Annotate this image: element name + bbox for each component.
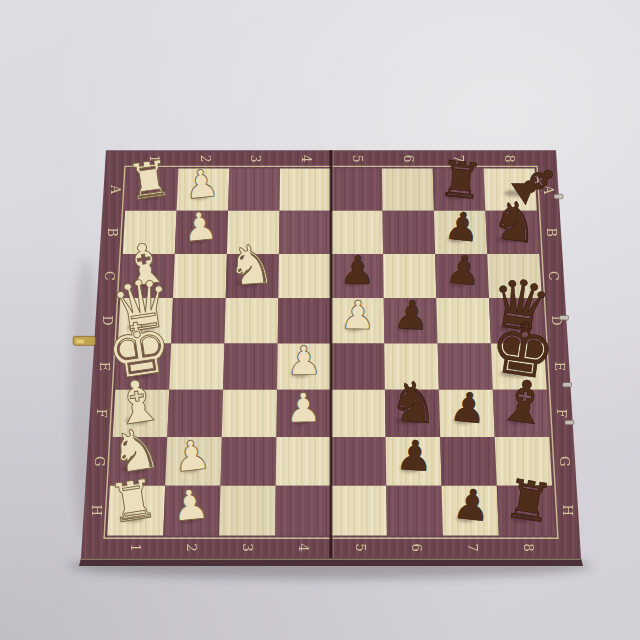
square-tint — [228, 169, 280, 211]
file-label-left-G: G — [92, 456, 107, 467]
white-pawn-b2: ♟ — [180, 202, 219, 250]
square-d7 — [436, 298, 491, 343]
square-tint — [219, 486, 276, 536]
square-b6 — [383, 211, 436, 254]
square-h4 — [275, 486, 331, 536]
black-rook-h8: ♜ — [500, 466, 557, 536]
rank-label-top-3: 3 — [248, 155, 262, 163]
board-bottom-highlight — [81, 559, 581, 561]
black-pawn-c5: ♟ — [339, 248, 375, 294]
square-d3 — [224, 298, 278, 343]
black-pawn-f7: ♟ — [448, 382, 489, 434]
rank-label-bottom-6: 6 — [409, 543, 425, 552]
latch-pin-4 — [565, 420, 574, 425]
file-label-right-H: H — [560, 505, 575, 517]
square-f5 — [331, 390, 386, 437]
black-knight-b8: ♞ — [487, 187, 543, 256]
black-rook-a7: ♜ — [436, 149, 486, 211]
rank-label-bottom-3: 3 — [240, 543, 256, 552]
black-pawn-b7: ♟ — [442, 202, 481, 250]
file-label-right-E: E — [552, 362, 567, 371]
rank-label-bottom-7: 7 — [465, 543, 481, 552]
rank-label-bottom-4: 4 — [296, 543, 312, 552]
black-pawn-d6: ♟ — [392, 291, 430, 339]
rank-label-bottom-5: 5 — [353, 543, 369, 552]
square-tint — [279, 211, 331, 254]
square-a4 — [280, 169, 332, 211]
white-pawn-e4: ♟ — [285, 337, 322, 384]
rank-label-top-6: 6 — [401, 155, 415, 163]
black-bishop-f8: ♝ — [493, 364, 555, 439]
rank-label-top-8: 8 — [502, 155, 516, 163]
square-c4 — [278, 254, 331, 298]
black-pawn-g6: ♟ — [395, 431, 435, 481]
square-tint — [331, 343, 385, 389]
square-e3 — [223, 343, 278, 389]
square-tint — [278, 298, 331, 343]
file-label-right-F: F — [554, 409, 569, 418]
hinge-clasp-highlight — [76, 339, 84, 343]
white-rook-a1: ♜ — [123, 149, 175, 213]
file-label-right-G: G — [557, 456, 572, 467]
square-tint — [169, 343, 224, 389]
square-a5 — [331, 169, 383, 211]
square-g5 — [331, 437, 386, 486]
black-pawn-c7: ♟ — [444, 246, 484, 294]
latch-pin-3 — [563, 382, 572, 387]
file-label-left-F: F — [94, 409, 109, 418]
file-label-left-A: A — [108, 184, 122, 194]
square-d2 — [171, 298, 226, 343]
white-pawn-h2: ♟ — [169, 479, 211, 532]
file-label-right-B: B — [544, 228, 559, 237]
white-pawn-a2: ♟ — [182, 160, 221, 208]
square-c2 — [173, 254, 227, 298]
white-pawn-d5: ♟ — [340, 291, 376, 338]
rank-label-bottom-8: 8 — [521, 543, 537, 552]
rank-label-top-4: 4 — [299, 155, 313, 163]
white-pawn-f4: ♟ — [285, 383, 322, 432]
black-knight-f6: ♞ — [387, 368, 441, 436]
chess-board: 1122334455667788AABBCCDDEEFFGGHH♜♝♟♜♞♟♟♝… — [0, 0, 640, 640]
white-rook-h1: ♜ — [105, 466, 162, 536]
rank-label-bottom-1: 1 — [128, 543, 144, 552]
rank-label-bottom-2: 2 — [184, 543, 200, 552]
square-g3 — [221, 437, 277, 486]
black-pawn-h7: ♟ — [451, 479, 493, 532]
rank-label-top-5: 5 — [350, 155, 364, 163]
square-tint — [222, 390, 277, 437]
square-tint — [331, 486, 387, 536]
file-label-left-H: H — [89, 505, 104, 517]
square-h6 — [386, 486, 443, 536]
square-tint — [276, 437, 331, 486]
latch-pin-2 — [560, 316, 569, 321]
white-pawn-g2: ♟ — [171, 430, 213, 482]
square-f2 — [167, 390, 223, 437]
white-knight-c3: ♞ — [225, 233, 277, 299]
photo-background: 1122334455667788AABBCCDDEEFFGGHH♜♝♟♜♞♟♟♝… — [0, 0, 640, 640]
square-tint — [440, 437, 497, 486]
square-tint — [382, 169, 434, 211]
